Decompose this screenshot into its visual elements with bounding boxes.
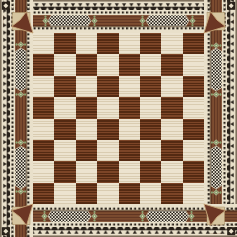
square-h5[interactable]	[183, 97, 204, 118]
dogtooth-mosaic-band-bottom	[0, 204, 237, 237]
square-c2[interactable]	[76, 161, 97, 182]
square-e8[interactable]	[119, 33, 140, 54]
square-e2[interactable]	[119, 161, 140, 182]
dogtooth-mosaic-band-top	[0, 0, 237, 33]
square-e3[interactable]	[119, 140, 140, 161]
square-e6[interactable]	[119, 76, 140, 97]
square-a2[interactable]	[33, 161, 54, 182]
square-g6[interactable]	[161, 76, 182, 97]
chess-board	[0, 0, 237, 237]
square-b7[interactable]	[54, 54, 75, 75]
square-f5[interactable]	[140, 97, 161, 118]
square-d1[interactable]	[97, 183, 118, 204]
square-d5[interactable]	[97, 97, 118, 118]
square-g8[interactable]	[161, 33, 182, 54]
square-a4[interactable]	[33, 119, 54, 140]
square-f3[interactable]	[140, 140, 161, 161]
square-b5[interactable]	[54, 97, 75, 118]
square-g7[interactable]	[161, 54, 182, 75]
square-f1[interactable]	[140, 183, 161, 204]
square-c6[interactable]	[76, 76, 97, 97]
square-d3[interactable]	[97, 140, 118, 161]
square-c8[interactable]	[76, 33, 97, 54]
square-b4[interactable]	[54, 119, 75, 140]
square-d8[interactable]	[97, 33, 118, 54]
square-f8[interactable]	[140, 33, 161, 54]
square-h6[interactable]	[183, 76, 204, 97]
square-g2[interactable]	[161, 161, 182, 182]
square-a1[interactable]	[33, 183, 54, 204]
playing-field	[33, 33, 204, 204]
square-f6[interactable]	[140, 76, 161, 97]
square-h2[interactable]	[183, 161, 204, 182]
square-b3[interactable]	[54, 140, 75, 161]
square-f7[interactable]	[140, 54, 161, 75]
square-e4[interactable]	[119, 119, 140, 140]
square-d6[interactable]	[97, 76, 118, 97]
square-d2[interactable]	[97, 161, 118, 182]
square-a8[interactable]	[33, 33, 54, 54]
square-h8[interactable]	[183, 33, 204, 54]
square-a5[interactable]	[33, 97, 54, 118]
square-g1[interactable]	[161, 183, 182, 204]
square-c4[interactable]	[76, 119, 97, 140]
square-b1[interactable]	[54, 183, 75, 204]
dogtooth-mosaic-band-left	[0, 0, 33, 237]
square-b8[interactable]	[54, 33, 75, 54]
square-e5[interactable]	[119, 97, 140, 118]
square-c5[interactable]	[76, 97, 97, 118]
square-d7[interactable]	[97, 54, 118, 75]
square-c1[interactable]	[76, 183, 97, 204]
dogtooth-mosaic-band-right	[204, 0, 237, 237]
square-b2[interactable]	[54, 161, 75, 182]
square-e7[interactable]	[119, 54, 140, 75]
square-h1[interactable]	[183, 183, 204, 204]
square-b6[interactable]	[54, 76, 75, 97]
square-c3[interactable]	[76, 140, 97, 161]
square-e1[interactable]	[119, 183, 140, 204]
square-h4[interactable]	[183, 119, 204, 140]
square-g5[interactable]	[161, 97, 182, 118]
square-a6[interactable]	[33, 76, 54, 97]
square-h7[interactable]	[183, 54, 204, 75]
square-a3[interactable]	[33, 140, 54, 161]
square-g3[interactable]	[161, 140, 182, 161]
square-g4[interactable]	[161, 119, 182, 140]
square-d4[interactable]	[97, 119, 118, 140]
square-a7[interactable]	[33, 54, 54, 75]
square-f4[interactable]	[140, 119, 161, 140]
square-f2[interactable]	[140, 161, 161, 182]
square-c7[interactable]	[76, 54, 97, 75]
square-h3[interactable]	[183, 140, 204, 161]
